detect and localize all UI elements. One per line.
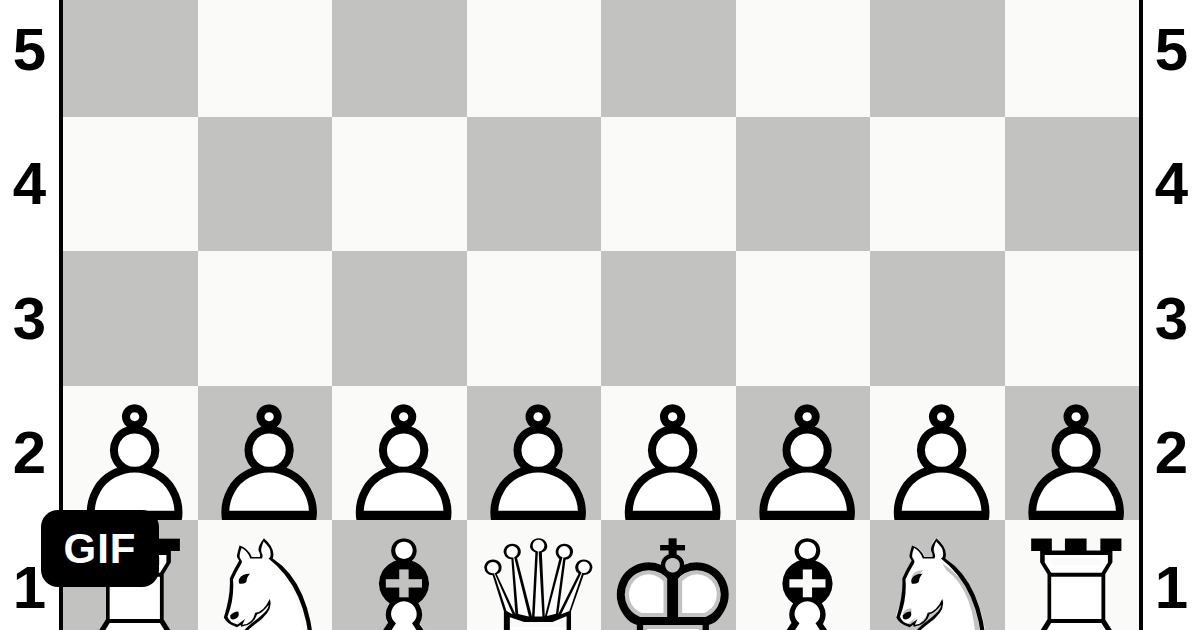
piece-white-bishop: ♝♗ <box>736 520 879 630</box>
chess-board: ♟♙♟♙♟♙♟♙♟♙♟♙♟♙♟♙♜♖♞♘♝♗♛♕♚♔♝♗♞♘♜♖ <box>59 0 1143 630</box>
piece-outline: ♘ <box>870 520 1013 630</box>
rank-label-2-right: 2 <box>1143 386 1200 521</box>
square-g4 <box>870 117 1005 252</box>
rank-label-3-right: 3 <box>1143 251 1200 386</box>
square-e1: ♚♔ <box>601 520 736 630</box>
rank-label-5-right: 5 <box>1143 0 1200 117</box>
square-b2: ♟♙ <box>198 386 333 521</box>
square-d3 <box>467 251 602 386</box>
rank-label-4-right: 4 <box>1143 117 1200 252</box>
rank-label-4-left: 4 <box>0 117 59 252</box>
square-g2: ♟♙ <box>870 386 1005 521</box>
chess-gif-frame: ♟♙♟♙♟♙♟♙♟♙♟♙♟♙♟♙♜♖♞♘♝♗♛♕♚♔♝♗♞♘♜♖ 54321 5… <box>0 0 1200 630</box>
square-f3 <box>736 251 871 386</box>
square-g1: ♞♘ <box>870 520 1005 630</box>
square-c1: ♝♗ <box>332 520 467 630</box>
square-h2: ♟♙ <box>1005 386 1140 521</box>
piece-white-king: ♚♔ <box>601 520 744 630</box>
rank-label-3-left: 3 <box>0 251 59 386</box>
square-e4 <box>601 117 736 252</box>
square-b3 <box>198 251 333 386</box>
square-a5 <box>63 0 198 117</box>
piece-white-bishop: ♝♗ <box>332 520 475 630</box>
piece-white-queen: ♛♕ <box>467 520 610 630</box>
square-c3 <box>332 251 467 386</box>
rank-label-2-left: 2 <box>0 386 59 521</box>
square-b5 <box>198 0 333 117</box>
piece-outline: ♗ <box>736 520 879 630</box>
square-b1: ♞♘ <box>198 520 333 630</box>
piece-outline: ♔ <box>601 520 744 630</box>
rank-label-5-left: 5 <box>0 0 59 117</box>
square-c5 <box>332 0 467 117</box>
square-h5 <box>1005 0 1140 117</box>
square-d2: ♟♙ <box>467 386 602 521</box>
square-c2: ♟♙ <box>332 386 467 521</box>
square-a2: ♟♙ <box>63 386 198 521</box>
square-h4 <box>1005 117 1140 252</box>
square-g3 <box>870 251 1005 386</box>
square-e3 <box>601 251 736 386</box>
square-g5 <box>870 0 1005 117</box>
piece-outline: ♕ <box>467 520 610 630</box>
square-f4 <box>736 117 871 252</box>
square-d4 <box>467 117 602 252</box>
square-f5 <box>736 0 871 117</box>
rank-label-1-right: 1 <box>1143 520 1200 630</box>
square-c4 <box>332 117 467 252</box>
square-d1: ♛♕ <box>467 520 602 630</box>
piece-white-knight: ♞♘ <box>198 520 341 630</box>
square-a3 <box>63 251 198 386</box>
square-h3 <box>1005 251 1140 386</box>
gif-badge-label: GIF <box>64 525 137 573</box>
rank-labels-right: 54321 <box>1143 0 1200 630</box>
piece-white-rook: ♜♖ <box>1005 520 1148 630</box>
piece-outline: ♗ <box>332 520 475 630</box>
square-b4 <box>198 117 333 252</box>
piece-outline: ♖ <box>1005 520 1148 630</box>
square-e5 <box>601 0 736 117</box>
square-a4 <box>63 117 198 252</box>
square-h1: ♜♖ <box>1005 520 1140 630</box>
square-f2: ♟♙ <box>736 386 871 521</box>
gif-badge[interactable]: GIF <box>41 510 159 587</box>
square-f1: ♝♗ <box>736 520 871 630</box>
piece-white-knight: ♞♘ <box>870 520 1013 630</box>
square-e2: ♟♙ <box>601 386 736 521</box>
square-d5 <box>467 0 602 117</box>
piece-outline: ♘ <box>198 520 341 630</box>
